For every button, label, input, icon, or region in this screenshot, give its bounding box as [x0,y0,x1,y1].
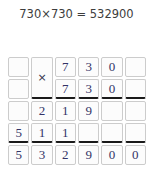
grid-cell: 1 [31,123,52,143]
grid-cell: 1 [55,123,76,143]
grid-cell [101,101,122,121]
grid-cell [8,79,29,99]
grid-cell: 2 [31,101,52,121]
grid-cell [8,57,29,77]
grid-cell [101,123,122,143]
grid-cell: 0 [101,79,122,99]
grid-cell [8,101,29,121]
grid-cell [78,123,99,143]
grid-cell: 3 [31,145,52,165]
grid-cell: 3 [78,57,99,77]
grid-cell: 3 [78,79,99,99]
multiply-sign: × [31,57,52,99]
grid-cell: 9 [78,101,99,121]
grid-cell: 1 [55,101,76,121]
worksheet-page: 730×730 = 532900 ×730730219511532900 [0,0,153,178]
grid-cell: 7 [55,57,76,77]
equation-title: 730×730 = 532900 [0,7,153,21]
grid-cell: 2 [55,145,76,165]
grid-cell: 0 [125,145,146,165]
grid-cell: 5 [8,123,29,143]
grid-cell [125,79,146,99]
grid-cell: 0 [101,145,122,165]
grid-cell: 7 [55,79,76,99]
grid-cell: 0 [101,57,122,77]
grid-cell: 9 [78,145,99,165]
grid-cell [125,101,146,121]
grid-cell: 5 [8,145,29,165]
grid-cell [125,123,146,143]
grid-cell [125,57,146,77]
multiplication-grid: ×730730219511532900 [8,57,146,165]
